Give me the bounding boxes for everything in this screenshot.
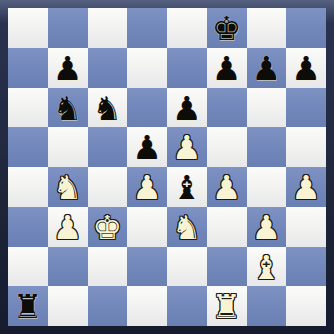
piece-black-bishop[interactable]: ♝ [167,167,207,207]
piece-black-pawn[interactable]: ♟ [48,48,88,88]
square-c5[interactable] [88,127,128,167]
square-f3[interactable] [207,207,247,247]
piece-white-knight[interactable]: ♞ [167,207,207,247]
square-e4[interactable]: ♝ [167,167,207,207]
piece-black-pawn[interactable]: ♟ [127,127,167,167]
square-f2[interactable] [207,247,247,287]
square-f4[interactable]: ♟ [207,167,247,207]
square-a6[interactable] [8,88,48,128]
chess-board: ♚♟♟♟♟♞♞♟♟♟♞♟♝♟♟♟♚♞♟♝♜♜ [8,8,326,326]
square-b5[interactable] [48,127,88,167]
piece-white-knight[interactable]: ♞ [48,167,88,207]
piece-white-pawn[interactable]: ♟ [127,167,167,207]
square-c6[interactable]: ♞ [88,88,128,128]
square-f5[interactable] [207,127,247,167]
piece-white-pawn[interactable]: ♟ [167,127,207,167]
square-g1[interactable] [247,286,287,326]
square-a2[interactable] [8,247,48,287]
square-e3[interactable]: ♞ [167,207,207,247]
square-e1[interactable] [167,286,207,326]
piece-white-pawn[interactable]: ♟ [207,167,247,207]
square-d8[interactable] [127,8,167,48]
square-h3[interactable] [286,207,326,247]
square-f7[interactable]: ♟ [207,48,247,88]
square-c2[interactable] [88,247,128,287]
square-e5[interactable]: ♟ [167,127,207,167]
square-c7[interactable] [88,48,128,88]
square-h1[interactable] [286,286,326,326]
square-a8[interactable] [8,8,48,48]
piece-black-knight[interactable]: ♞ [88,88,128,128]
square-c8[interactable] [88,8,128,48]
square-c1[interactable] [88,286,128,326]
square-d2[interactable] [127,247,167,287]
square-h7[interactable]: ♟ [286,48,326,88]
square-a5[interactable] [8,127,48,167]
square-d5[interactable]: ♟ [127,127,167,167]
piece-white-pawn[interactable]: ♟ [247,207,287,247]
square-b3[interactable]: ♟ [48,207,88,247]
square-h6[interactable] [286,88,326,128]
square-f6[interactable] [207,88,247,128]
piece-black-pawn[interactable]: ♟ [286,48,326,88]
square-g8[interactable] [247,8,287,48]
square-g4[interactable] [247,167,287,207]
square-a3[interactable] [8,207,48,247]
square-h2[interactable] [286,247,326,287]
square-d1[interactable] [127,286,167,326]
piece-white-pawn[interactable]: ♟ [286,167,326,207]
square-e6[interactable]: ♟ [167,88,207,128]
square-g2[interactable]: ♝ [247,247,287,287]
square-d6[interactable] [127,88,167,128]
piece-white-king[interactable]: ♚ [88,207,128,247]
square-f8[interactable]: ♚ [207,8,247,48]
square-e8[interactable] [167,8,207,48]
piece-black-pawn[interactable]: ♟ [167,88,207,128]
square-g6[interactable] [247,88,287,128]
square-g3[interactable]: ♟ [247,207,287,247]
square-h5[interactable] [286,127,326,167]
square-a1[interactable]: ♜ [8,286,48,326]
square-d3[interactable] [127,207,167,247]
square-d4[interactable]: ♟ [127,167,167,207]
square-d7[interactable] [127,48,167,88]
square-e7[interactable] [167,48,207,88]
piece-white-pawn[interactable]: ♟ [48,207,88,247]
square-b4[interactable]: ♞ [48,167,88,207]
square-b8[interactable] [48,8,88,48]
piece-black-pawn[interactable]: ♟ [247,48,287,88]
piece-black-rook[interactable]: ♜ [8,286,48,326]
square-a4[interactable] [8,167,48,207]
square-f1[interactable]: ♜ [207,286,247,326]
piece-black-king[interactable]: ♚ [207,8,247,48]
square-b6[interactable]: ♞ [48,88,88,128]
piece-white-bishop[interactable]: ♝ [247,247,287,287]
chess-board-frame: ♚♟♟♟♟♞♞♟♟♟♞♟♝♟♟♟♚♞♟♝♜♜ [0,0,334,334]
square-e2[interactable] [167,247,207,287]
square-c3[interactable]: ♚ [88,207,128,247]
square-a7[interactable] [8,48,48,88]
square-h8[interactable] [286,8,326,48]
square-h4[interactable]: ♟ [286,167,326,207]
piece-black-pawn[interactable]: ♟ [207,48,247,88]
square-b1[interactable] [48,286,88,326]
square-c4[interactable] [88,167,128,207]
square-g7[interactable]: ♟ [247,48,287,88]
square-g5[interactable] [247,127,287,167]
piece-white-rook[interactable]: ♜ [207,286,247,326]
square-b2[interactable] [48,247,88,287]
square-b7[interactable]: ♟ [48,48,88,88]
piece-black-knight[interactable]: ♞ [48,88,88,128]
